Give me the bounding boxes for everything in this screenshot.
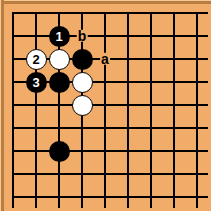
stone-black-3: 3 [26, 72, 47, 93]
grid-line-vertical-6 [127, 12, 129, 208]
grid-line-vertical-7 [150, 12, 152, 208]
grid-line-horizontal-1 [12, 12, 208, 14]
grid-line-vertical-1 [12, 12, 14, 208]
grid-line-vertical-8 [173, 12, 175, 208]
stone-black-1: 1 [49, 26, 70, 47]
point-label-b: b [77, 30, 88, 42]
move-number-3: 3 [32, 76, 39, 89]
grid-line-horizontal-9 [12, 196, 208, 198]
board-frame-left-edge [0, 0, 4, 211]
stone-white-2: 2 [26, 49, 47, 70]
stone-black [72, 49, 93, 70]
move-number-2: 2 [32, 53, 39, 66]
stone-black [49, 72, 70, 93]
grid-line-vertical-9 [196, 12, 198, 208]
point-label-a: a [100, 53, 110, 65]
grid-line-horizontal-6 [12, 127, 208, 129]
stone-white [72, 95, 93, 116]
grid-line-horizontal-5 [12, 104, 208, 106]
stone-white [49, 49, 70, 70]
stone-black [49, 141, 70, 162]
grid-line-vertical-5 [104, 12, 106, 208]
grid-line-horizontal-8 [12, 173, 208, 175]
grid-line-horizontal-7 [12, 150, 208, 152]
go-corner-diagram: 123ba [0, 0, 211, 211]
stone-white [72, 72, 93, 93]
move-number-1: 1 [55, 30, 62, 43]
board-frame-top-edge [0, 0, 211, 4]
grid-line-horizontal-2 [12, 35, 208, 37]
grid-line-vertical-2 [35, 12, 37, 208]
